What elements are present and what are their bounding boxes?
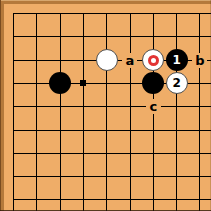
black-stone bbox=[142, 72, 164, 94]
go-board-diagram: abc12 bbox=[0, 0, 211, 211]
black-stone-move-1: 1 bbox=[166, 49, 188, 71]
point-label-b: b bbox=[192, 53, 207, 68]
white-stone-move-2: 2 bbox=[166, 72, 188, 94]
stones-layer: abc12 bbox=[2, 2, 211, 211]
white-stone bbox=[142, 49, 164, 71]
circle-marker-icon bbox=[148, 55, 159, 66]
frame-left-shadow bbox=[0, 0, 1, 211]
white-stone bbox=[96, 49, 118, 71]
frame-top-highlight bbox=[0, 0, 211, 1]
point-label-c: c bbox=[146, 99, 161, 114]
point-label-a: a bbox=[122, 53, 137, 68]
hoshi-marker bbox=[80, 80, 86, 86]
image-bottom-edge bbox=[0, 210, 211, 211]
black-stone bbox=[49, 72, 71, 94]
image-right-edge bbox=[210, 0, 211, 211]
